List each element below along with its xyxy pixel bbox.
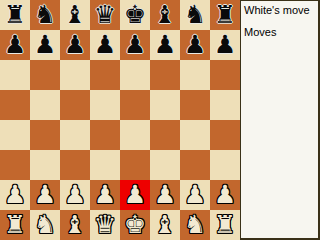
black-pawn: ♟: [94, 30, 116, 60]
square-a7[interactable]: ♟: [0, 30, 30, 60]
square-d3[interactable]: [90, 150, 120, 180]
black-queen: ♛: [94, 0, 116, 30]
black-pawn: ♟: [124, 30, 146, 60]
white-pawn: ♟: [124, 180, 146, 210]
square-a2[interactable]: ♟: [0, 180, 30, 210]
white-pawn: ♟: [154, 180, 176, 210]
square-g4[interactable]: [180, 120, 210, 150]
square-d2[interactable]: ♟: [90, 180, 120, 210]
square-g3[interactable]: [180, 150, 210, 180]
square-c1[interactable]: ♝: [60, 210, 90, 240]
square-f8[interactable]: ♝: [150, 0, 180, 30]
square-h4[interactable]: [210, 120, 240, 150]
square-e5[interactable]: [120, 90, 150, 120]
black-bishop: ♝: [154, 0, 176, 30]
square-b7[interactable]: ♟: [30, 30, 60, 60]
black-king: ♚: [124, 0, 146, 30]
black-knight: ♞: [184, 0, 206, 30]
white-knight: ♞: [184, 210, 206, 240]
square-f2[interactable]: ♟: [150, 180, 180, 210]
square-a1[interactable]: ♜: [0, 210, 30, 240]
square-b1[interactable]: ♞: [30, 210, 60, 240]
square-c4[interactable]: [60, 120, 90, 150]
square-c7[interactable]: ♟: [60, 30, 90, 60]
square-c6[interactable]: [60, 60, 90, 90]
square-b4[interactable]: [30, 120, 60, 150]
square-g5[interactable]: [180, 90, 210, 120]
black-pawn: ♟: [64, 30, 86, 60]
black-pawn: ♟: [4, 30, 26, 60]
square-h1[interactable]: ♜: [210, 210, 240, 240]
square-a4[interactable]: [0, 120, 30, 150]
white-rook: ♜: [214, 210, 236, 240]
white-king: ♚: [124, 210, 146, 240]
square-b5[interactable]: [30, 90, 60, 120]
square-g6[interactable]: [180, 60, 210, 90]
white-queen: ♛: [94, 210, 116, 240]
black-rook: ♜: [4, 0, 26, 30]
square-d7[interactable]: ♟: [90, 30, 120, 60]
square-f5[interactable]: [150, 90, 180, 120]
square-d6[interactable]: [90, 60, 120, 90]
square-d8[interactable]: ♛: [90, 0, 120, 30]
square-h5[interactable]: [210, 90, 240, 120]
square-a8[interactable]: ♜: [0, 0, 30, 30]
square-e3[interactable]: [120, 150, 150, 180]
square-c2[interactable]: ♟: [60, 180, 90, 210]
white-pawn: ♟: [214, 180, 236, 210]
square-e1[interactable]: ♚: [120, 210, 150, 240]
square-c5[interactable]: [60, 90, 90, 120]
square-e4[interactable]: [120, 120, 150, 150]
black-pawn: ♟: [154, 30, 176, 60]
moves-list[interactable]: [244, 38, 316, 218]
moves-label: Moves: [244, 26, 316, 38]
white-pawn: ♟: [4, 180, 26, 210]
square-c8[interactable]: ♝: [60, 0, 90, 30]
black-rook: ♜: [214, 0, 236, 30]
square-b3[interactable]: [30, 150, 60, 180]
white-pawn: ♟: [94, 180, 116, 210]
square-d1[interactable]: ♛: [90, 210, 120, 240]
square-a5[interactable]: [0, 90, 30, 120]
square-d4[interactable]: [90, 120, 120, 150]
square-d5[interactable]: [90, 90, 120, 120]
square-b8[interactable]: ♞: [30, 0, 60, 30]
black-pawn: ♟: [34, 30, 56, 60]
square-h8[interactable]: ♜: [210, 0, 240, 30]
black-pawn: ♟: [214, 30, 236, 60]
square-a3[interactable]: [0, 150, 30, 180]
square-b2[interactable]: ♟: [30, 180, 60, 210]
square-f1[interactable]: ♝: [150, 210, 180, 240]
square-h2[interactable]: ♟: [210, 180, 240, 210]
square-e8[interactable]: ♚: [120, 0, 150, 30]
moves-panel: White's move Moves: [240, 0, 320, 240]
square-b6[interactable]: [30, 60, 60, 90]
square-g8[interactable]: ♞: [180, 0, 210, 30]
black-knight: ♞: [34, 0, 56, 30]
square-e6[interactable]: [120, 60, 150, 90]
white-bishop: ♝: [154, 210, 176, 240]
square-h6[interactable]: [210, 60, 240, 90]
chess-board: ♜♞♝♛♚♝♞♜♟♟♟♟♟♟♟♟♟♟♟♟♟♟♟♟♜♞♝♛♚♝♞♜: [0, 0, 240, 240]
white-rook: ♜: [4, 210, 26, 240]
white-knight: ♞: [34, 210, 56, 240]
black-bishop: ♝: [64, 0, 86, 30]
white-bishop: ♝: [64, 210, 86, 240]
square-h7[interactable]: ♟: [210, 30, 240, 60]
square-f7[interactable]: ♟: [150, 30, 180, 60]
white-pawn: ♟: [184, 180, 206, 210]
square-g1[interactable]: ♞: [180, 210, 210, 240]
white-pawn: ♟: [34, 180, 56, 210]
square-h3[interactable]: [210, 150, 240, 180]
square-f4[interactable]: [150, 120, 180, 150]
square-a6[interactable]: [0, 60, 30, 90]
square-g2[interactable]: ♟: [180, 180, 210, 210]
square-g7[interactable]: ♟: [180, 30, 210, 60]
white-pawn: ♟: [64, 180, 86, 210]
square-f6[interactable]: [150, 60, 180, 90]
black-pawn: ♟: [184, 30, 206, 60]
square-e7[interactable]: ♟: [120, 30, 150, 60]
square-c3[interactable]: [60, 150, 90, 180]
square-f3[interactable]: [150, 150, 180, 180]
chess-app-window: ♜♞♝♛♚♝♞♜♟♟♟♟♟♟♟♟♟♟♟♟♟♟♟♟♜♞♝♛♚♝♞♜ White's…: [0, 0, 320, 240]
square-e2[interactable]: ♟: [120, 180, 150, 210]
status-text: White's move: [244, 4, 316, 16]
